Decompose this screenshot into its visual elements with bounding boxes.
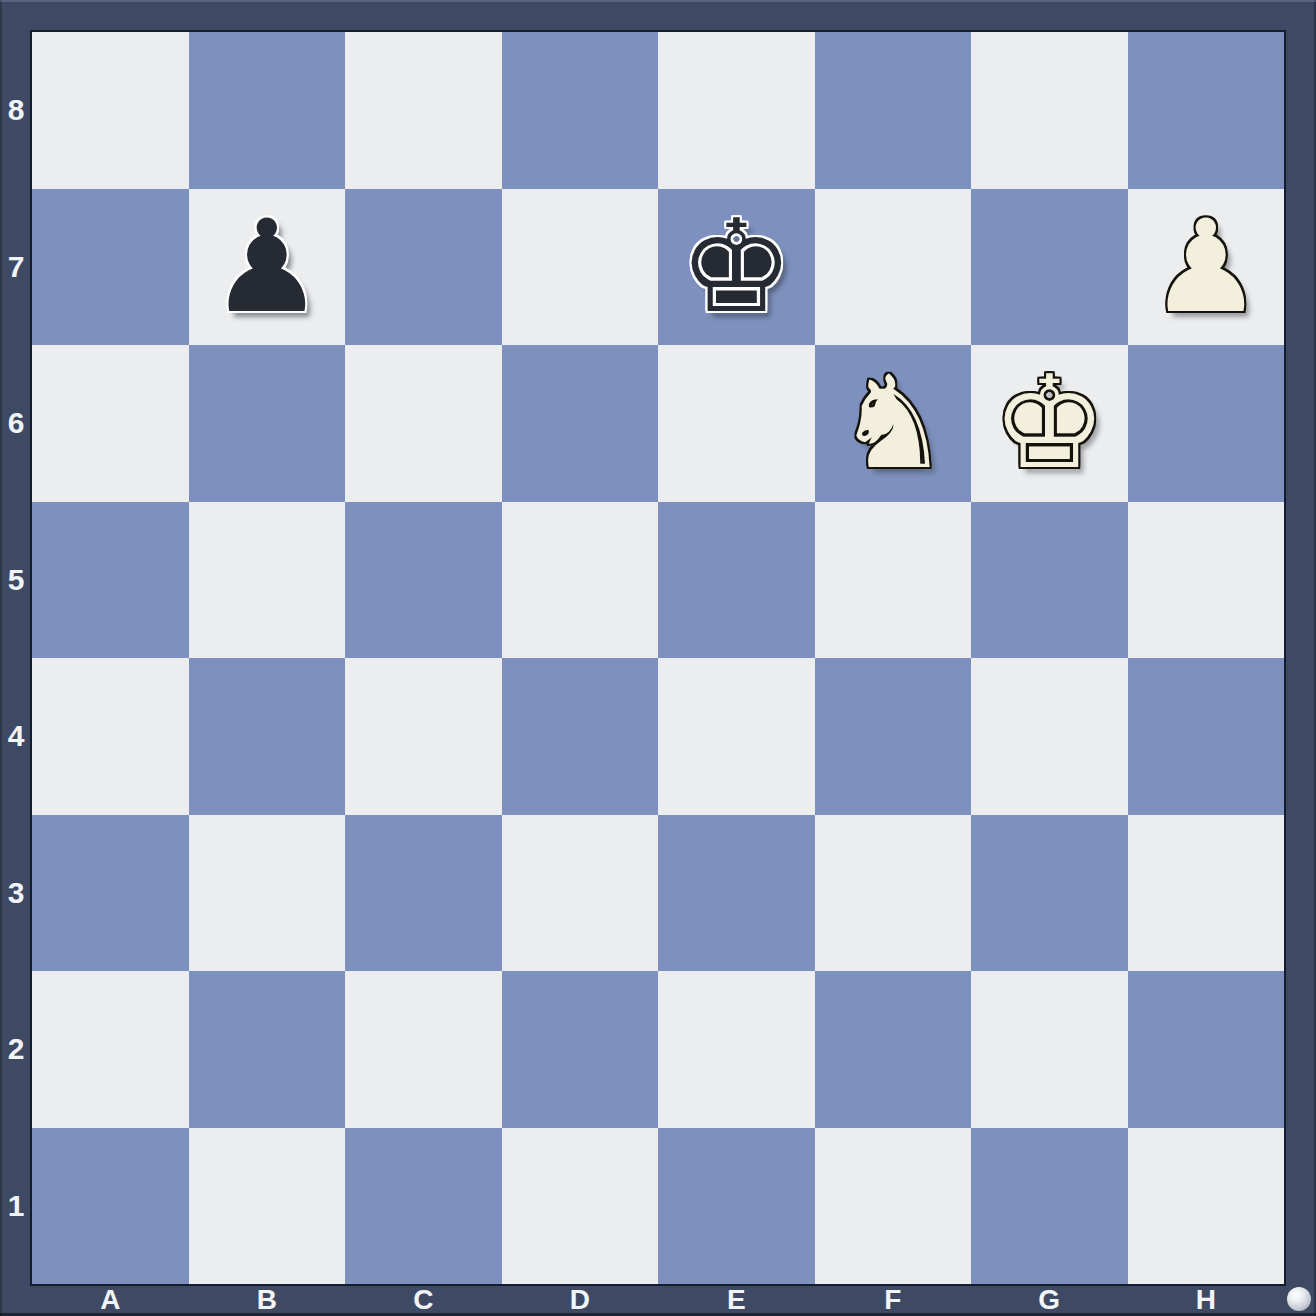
white-to-move-indicator [1287, 1287, 1311, 1311]
file-label-g: G [971, 1284, 1128, 1316]
square-b7[interactable]: ♟ [189, 189, 346, 346]
rank-labels: 87654321 [0, 32, 32, 1284]
square-b1[interactable] [189, 1128, 346, 1285]
square-g1[interactable] [971, 1128, 1128, 1285]
square-a6[interactable] [32, 345, 189, 502]
square-b6[interactable] [189, 345, 346, 502]
square-h7[interactable]: ♟ [1128, 189, 1285, 346]
square-d6[interactable] [502, 345, 659, 502]
square-g8[interactable] [971, 32, 1128, 189]
square-g3[interactable] [971, 815, 1128, 972]
rank-label-8: 8 [0, 32, 32, 189]
piece-white-knight[interactable]: ♞ [835, 345, 950, 502]
chess-board: ♟♚♟♞♚ [32, 32, 1284, 1284]
square-a3[interactable] [32, 815, 189, 972]
square-c6[interactable] [345, 345, 502, 502]
file-label-a: A [32, 1284, 189, 1316]
file-label-d: D [502, 1284, 659, 1316]
file-label-b: B [189, 1284, 346, 1316]
piece-black-king[interactable]: ♚ [679, 189, 794, 346]
square-c1[interactable] [345, 1128, 502, 1285]
square-g5[interactable] [971, 502, 1128, 659]
square-d2[interactable] [502, 971, 659, 1128]
square-h6[interactable] [1128, 345, 1285, 502]
square-d1[interactable] [502, 1128, 659, 1285]
square-a5[interactable] [32, 502, 189, 659]
square-e5[interactable] [658, 502, 815, 659]
square-g6[interactable]: ♚ [971, 345, 1128, 502]
file-label-e: E [658, 1284, 815, 1316]
square-c5[interactable] [345, 502, 502, 659]
rank-label-3: 3 [0, 815, 32, 972]
square-e1[interactable] [658, 1128, 815, 1285]
square-a4[interactable] [32, 658, 189, 815]
square-d8[interactable] [502, 32, 659, 189]
square-f3[interactable] [815, 815, 972, 972]
rank-label-2: 2 [0, 971, 32, 1128]
rank-label-5: 5 [0, 502, 32, 659]
file-labels: ABCDEFGH [32, 1284, 1284, 1316]
square-b8[interactable] [189, 32, 346, 189]
square-f6[interactable]: ♞ [815, 345, 972, 502]
square-f5[interactable] [815, 502, 972, 659]
rank-label-1: 1 [0, 1128, 32, 1285]
square-g4[interactable] [971, 658, 1128, 815]
square-a8[interactable] [32, 32, 189, 189]
square-c4[interactable] [345, 658, 502, 815]
square-g2[interactable] [971, 971, 1128, 1128]
square-b5[interactable] [189, 502, 346, 659]
square-e8[interactable] [658, 32, 815, 189]
square-c2[interactable] [345, 971, 502, 1128]
square-h5[interactable] [1128, 502, 1285, 659]
rank-label-7: 7 [0, 189, 32, 346]
square-f1[interactable] [815, 1128, 972, 1285]
square-e2[interactable] [658, 971, 815, 1128]
square-e6[interactable] [658, 345, 815, 502]
square-c3[interactable] [345, 815, 502, 972]
piece-black-pawn[interactable]: ♟ [209, 189, 324, 346]
square-h4[interactable] [1128, 658, 1285, 815]
rank-label-4: 4 [0, 658, 32, 815]
square-b2[interactable] [189, 971, 346, 1128]
square-c8[interactable] [345, 32, 502, 189]
square-h8[interactable] [1128, 32, 1285, 189]
square-b4[interactable] [189, 658, 346, 815]
square-a2[interactable] [32, 971, 189, 1128]
square-a7[interactable] [32, 189, 189, 346]
square-h3[interactable] [1128, 815, 1285, 972]
square-d3[interactable] [502, 815, 659, 972]
square-c7[interactable] [345, 189, 502, 346]
file-label-h: H [1128, 1284, 1285, 1316]
square-a1[interactable] [32, 1128, 189, 1285]
square-e3[interactable] [658, 815, 815, 972]
square-f8[interactable] [815, 32, 972, 189]
square-f2[interactable] [815, 971, 972, 1128]
square-f4[interactable] [815, 658, 972, 815]
square-f7[interactable] [815, 189, 972, 346]
square-d4[interactable] [502, 658, 659, 815]
square-e7[interactable]: ♚ [658, 189, 815, 346]
file-label-f: F [815, 1284, 972, 1316]
file-label-c: C [345, 1284, 502, 1316]
square-h1[interactable] [1128, 1128, 1285, 1285]
square-b3[interactable] [189, 815, 346, 972]
square-g7[interactable] [971, 189, 1128, 346]
piece-white-king[interactable]: ♚ [992, 345, 1107, 502]
square-h2[interactable] [1128, 971, 1285, 1128]
square-d7[interactable] [502, 189, 659, 346]
square-e4[interactable] [658, 658, 815, 815]
rank-label-6: 6 [0, 345, 32, 502]
piece-white-pawn[interactable]: ♟ [1148, 189, 1263, 346]
square-d5[interactable] [502, 502, 659, 659]
